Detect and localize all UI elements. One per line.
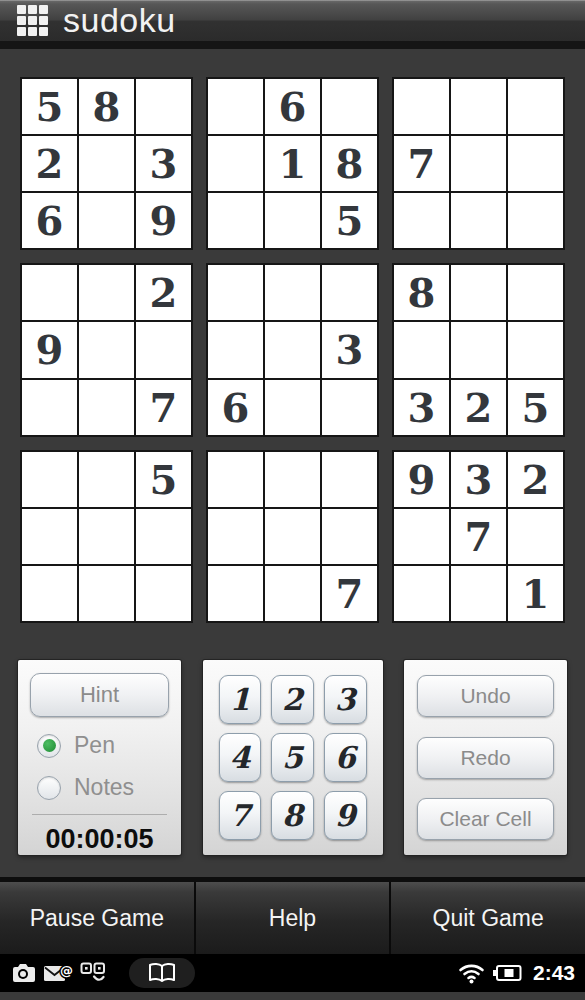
cell-r1c8[interactable] <box>451 79 506 134</box>
cell-r8c2[interactable] <box>79 509 134 564</box>
sudoku-grid-icon <box>17 5 48 36</box>
cell-r2c1[interactable]: 2 <box>22 136 77 191</box>
cell-r2c4[interactable] <box>208 136 263 191</box>
numpad-button-1[interactable]: 1 <box>219 675 262 724</box>
cell-r3c6[interactable]: 5 <box>322 193 377 248</box>
cell-r6c4[interactable]: 6 <box>208 380 263 435</box>
cell-r4c3[interactable]: 2 <box>136 265 191 320</box>
cell-r5c6[interactable]: 3 <box>322 322 377 377</box>
board-box: 582369 <box>20 77 193 250</box>
cell-r3c8[interactable] <box>451 193 506 248</box>
cell-r8c7[interactable] <box>394 509 449 564</box>
numpad-button-2[interactable]: 2 <box>271 675 314 724</box>
cell-r5c8[interactable] <box>451 322 506 377</box>
notes-radio[interactable] <box>37 776 61 800</box>
cell-r8c8[interactable]: 7 <box>451 509 506 564</box>
book-icon <box>145 961 179 985</box>
cell-r4c6[interactable] <box>322 265 377 320</box>
numpad-button-9[interactable]: 9 <box>324 791 367 840</box>
game-panel: Hint Pen Notes 00:00:05 <box>18 660 181 855</box>
cell-r4c1[interactable] <box>22 265 77 320</box>
cell-r6c5[interactable] <box>265 380 320 435</box>
numpad-button-6[interactable]: 6 <box>324 733 367 782</box>
clear-cell-button[interactable]: Clear Cell <box>417 798 554 840</box>
cell-r2c2[interactable] <box>79 136 134 191</box>
numpad-button-4[interactable]: 4 <box>219 733 262 782</box>
cell-r2c6[interactable]: 8 <box>322 136 377 191</box>
cell-r2c5[interactable]: 1 <box>265 136 320 191</box>
quit-game-button[interactable]: Quit Game <box>389 882 585 954</box>
cell-r6c6[interactable] <box>322 380 377 435</box>
cell-r1c7[interactable] <box>394 79 449 134</box>
cell-r8c3[interactable] <box>136 509 191 564</box>
cell-r9c8[interactable] <box>451 566 506 621</box>
board-box: 36 <box>206 263 379 436</box>
cell-r9c6[interactable]: 7 <box>322 566 377 621</box>
cell-r7c5[interactable] <box>265 452 320 507</box>
pen-radio[interactable] <box>37 734 61 758</box>
cell-r5c7[interactable] <box>394 322 449 377</box>
cell-r7c8[interactable]: 3 <box>451 452 506 507</box>
undo-button[interactable]: Undo <box>417 675 554 717</box>
help-button[interactable]: Help <box>194 882 390 954</box>
battery-icon <box>492 964 522 982</box>
cell-r6c2[interactable] <box>79 380 134 435</box>
cell-r9c9[interactable]: 1 <box>508 566 563 621</box>
email-icon: @ <box>43 962 73 984</box>
cell-r8c1[interactable] <box>22 509 77 564</box>
cell-r1c2[interactable]: 8 <box>79 79 134 134</box>
cell-r3c3[interactable]: 9 <box>136 193 191 248</box>
library-pill[interactable] <box>129 958 195 988</box>
cell-r6c9[interactable]: 5 <box>508 380 563 435</box>
pen-radio-row[interactable]: Pen <box>37 732 169 759</box>
redo-button[interactable]: Redo <box>417 737 554 779</box>
cell-r4c2[interactable] <box>79 265 134 320</box>
mms-icon <box>80 962 106 984</box>
cell-r3c4[interactable] <box>208 193 263 248</box>
cell-r3c5[interactable] <box>265 193 320 248</box>
sudoku-board: 582369618572973683255793271 <box>20 77 565 623</box>
board-box: 93271 <box>392 450 565 623</box>
notes-radio-row[interactable]: Notes <box>37 774 169 801</box>
cell-r9c4[interactable] <box>208 566 263 621</box>
pen-radio-label: Pen <box>74 732 115 759</box>
cell-r6c7[interactable]: 3 <box>394 380 449 435</box>
numpad: 123456789 <box>203 660 383 855</box>
cell-r1c4[interactable] <box>208 79 263 134</box>
cell-r7c3[interactable]: 5 <box>136 452 191 507</box>
wifi-icon <box>458 963 485 984</box>
cell-r7c2[interactable] <box>79 452 134 507</box>
svg-text:@: @ <box>60 963 73 978</box>
cell-r7c1[interactable] <box>22 452 77 507</box>
cell-r5c4[interactable] <box>208 322 263 377</box>
cell-r3c2[interactable] <box>79 193 134 248</box>
cell-r4c9[interactable] <box>508 265 563 320</box>
cell-r7c9[interactable]: 2 <box>508 452 563 507</box>
cell-r8c9[interactable] <box>508 509 563 564</box>
hint-button[interactable]: Hint <box>30 673 169 717</box>
cell-r9c3[interactable] <box>136 566 191 621</box>
board-box: 8325 <box>392 263 565 436</box>
cell-r9c1[interactable] <box>22 566 77 621</box>
numpad-button-8[interactable]: 8 <box>271 791 314 840</box>
numpad-button-5[interactable]: 5 <box>271 733 314 782</box>
game-timer: 00:00:05 <box>30 824 169 855</box>
cell-r5c5[interactable] <box>265 322 320 377</box>
cell-r2c8[interactable] <box>451 136 506 191</box>
app-header: sudoku <box>0 0 585 49</box>
cell-r4c4[interactable] <box>208 265 263 320</box>
cell-r4c5[interactable] <box>265 265 320 320</box>
cell-r2c7[interactable]: 7 <box>394 136 449 191</box>
app-title: sudoku <box>63 1 176 40</box>
board-box: 7 <box>392 77 565 250</box>
board-box: 7 <box>206 450 379 623</box>
pen-radio-selected-dot <box>43 739 56 752</box>
bottom-nav: Pause Game Help Quit Game <box>0 877 585 954</box>
cell-r6c3[interactable]: 7 <box>136 380 191 435</box>
cell-r9c5[interactable] <box>265 566 320 621</box>
control-panels: Hint Pen Notes 00:00:05 123456789 Undo R… <box>0 660 585 855</box>
cell-r4c7[interactable]: 8 <box>394 265 449 320</box>
cell-r2c9[interactable] <box>508 136 563 191</box>
cell-r8c6[interactable] <box>322 509 377 564</box>
board-box: 5 <box>20 450 193 623</box>
status-bar: @ 2:43 <box>0 954 585 992</box>
cell-r7c4[interactable] <box>208 452 263 507</box>
cell-r1c6[interactable] <box>322 79 377 134</box>
cell-r5c1[interactable]: 9 <box>22 322 77 377</box>
cell-r1c3[interactable] <box>136 79 191 134</box>
cell-r1c1[interactable]: 5 <box>22 79 77 134</box>
cell-r5c9[interactable] <box>508 322 563 377</box>
cell-r8c5[interactable] <box>265 509 320 564</box>
cell-r3c7[interactable] <box>394 193 449 248</box>
board-box: 6185 <box>206 77 379 250</box>
cell-r7c7[interactable]: 9 <box>394 452 449 507</box>
pause-game-button[interactable]: Pause Game <box>0 882 194 954</box>
cell-r5c3[interactable] <box>136 322 191 377</box>
notes-radio-label: Notes <box>74 774 134 801</box>
action-panel: Undo Redo Clear Cell <box>404 660 567 855</box>
cell-r7c6[interactable] <box>322 452 377 507</box>
cell-r6c1[interactable] <box>22 380 77 435</box>
camera-icon <box>10 962 36 984</box>
cell-r1c9[interactable] <box>508 79 563 134</box>
cell-r9c7[interactable] <box>394 566 449 621</box>
cell-r5c2[interactable] <box>79 322 134 377</box>
cell-r6c8[interactable]: 2 <box>451 380 506 435</box>
cell-r9c2[interactable] <box>79 566 134 621</box>
panel-divider <box>32 814 167 815</box>
cell-r8c4[interactable] <box>208 509 263 564</box>
numpad-button-3[interactable]: 3 <box>324 675 367 724</box>
cell-r4c8[interactable] <box>451 265 506 320</box>
cell-r3c1[interactable]: 6 <box>22 193 77 248</box>
clock-time: 2:43 <box>533 961 575 985</box>
numpad-button-7[interactable]: 7 <box>219 791 262 840</box>
cell-r1c5[interactable]: 6 <box>265 79 320 134</box>
board-box: 297 <box>20 263 193 436</box>
cell-r3c9[interactable] <box>508 193 563 248</box>
cell-r2c3[interactable]: 3 <box>136 136 191 191</box>
